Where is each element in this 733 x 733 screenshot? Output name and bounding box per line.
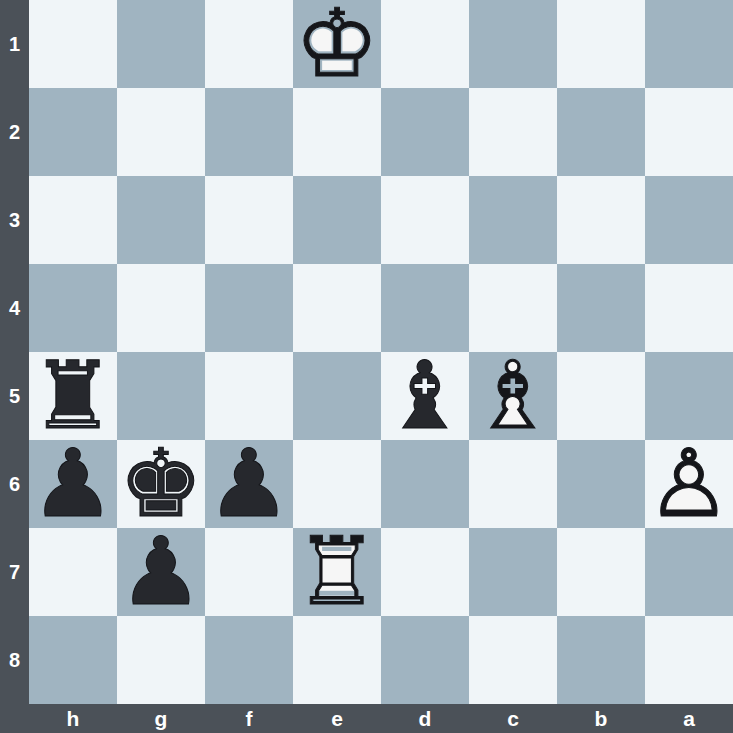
square-c1[interactable] [469, 0, 557, 88]
square-g3[interactable] [117, 176, 205, 264]
square-b3[interactable] [557, 176, 645, 264]
square-b4[interactable] [557, 264, 645, 352]
rank-label-1: 1 [0, 0, 29, 88]
black-pawn[interactable]: ♟ [29, 440, 117, 528]
square-d8[interactable] [381, 616, 469, 704]
square-a2[interactable] [645, 88, 733, 176]
square-e4[interactable] [293, 264, 381, 352]
black-pawn-glyph: ♟ [207, 437, 291, 531]
square-a4[interactable] [645, 264, 733, 352]
square-c2[interactable] [469, 88, 557, 176]
square-a8[interactable] [645, 616, 733, 704]
square-h4[interactable] [29, 264, 117, 352]
square-h1[interactable] [29, 0, 117, 88]
square-d1[interactable] [381, 0, 469, 88]
white-bishop[interactable]: ♝♗ [469, 352, 557, 440]
square-a6[interactable]: ♟♙ [645, 440, 733, 528]
rank-label-7: 7 [0, 528, 29, 616]
square-g6[interactable]: ♚ [117, 440, 205, 528]
square-a7[interactable] [645, 528, 733, 616]
square-b2[interactable] [557, 88, 645, 176]
square-d4[interactable] [381, 264, 469, 352]
rank-label-2: 2 [0, 88, 29, 176]
board-corner [0, 704, 29, 733]
rank-label-3: 3 [0, 176, 29, 264]
square-d7[interactable] [381, 528, 469, 616]
square-a1[interactable] [645, 0, 733, 88]
square-e1[interactable]: ♚♔ [293, 0, 381, 88]
square-e6[interactable] [293, 440, 381, 528]
rank-label-6: 6 [0, 440, 29, 528]
square-c6[interactable] [469, 440, 557, 528]
square-h7[interactable] [29, 528, 117, 616]
chess-board: 1♚♔2345♜♝♝♗6♟♚♟♟♙7♟♜♖8hgfedcba [0, 0, 733, 733]
white-bishop-outline-glyph: ♗ [471, 349, 555, 443]
rank-label-5: 5 [0, 352, 29, 440]
square-b6[interactable] [557, 440, 645, 528]
square-f2[interactable] [205, 88, 293, 176]
black-bishop[interactable]: ♝ [381, 352, 469, 440]
black-pawn[interactable]: ♟ [205, 440, 293, 528]
white-pawn-outline-glyph: ♙ [647, 437, 731, 531]
square-c7[interactable] [469, 528, 557, 616]
black-king[interactable]: ♚ [117, 440, 205, 528]
square-g7[interactable]: ♟ [117, 528, 205, 616]
square-d3[interactable] [381, 176, 469, 264]
rank-label-4: 4 [0, 264, 29, 352]
square-b7[interactable] [557, 528, 645, 616]
square-f6[interactable]: ♟ [205, 440, 293, 528]
square-g8[interactable] [117, 616, 205, 704]
file-label-c: c [469, 704, 557, 733]
file-label-d: d [381, 704, 469, 733]
square-c3[interactable] [469, 176, 557, 264]
square-b5[interactable] [557, 352, 645, 440]
square-g2[interactable] [117, 88, 205, 176]
black-rook[interactable]: ♜ [29, 352, 117, 440]
white-king-outline-glyph: ♔ [295, 0, 379, 91]
square-g4[interactable] [117, 264, 205, 352]
square-h2[interactable] [29, 88, 117, 176]
square-h8[interactable] [29, 616, 117, 704]
file-label-g: g [117, 704, 205, 733]
square-h5[interactable]: ♜ [29, 352, 117, 440]
file-label-b: b [557, 704, 645, 733]
black-pawn-glyph: ♟ [31, 437, 115, 531]
square-c5[interactable]: ♝♗ [469, 352, 557, 440]
square-a5[interactable] [645, 352, 733, 440]
square-f8[interactable] [205, 616, 293, 704]
square-d5[interactable]: ♝ [381, 352, 469, 440]
square-f5[interactable] [205, 352, 293, 440]
black-pawn[interactable]: ♟ [117, 528, 205, 616]
square-h3[interactable] [29, 176, 117, 264]
square-c8[interactable] [469, 616, 557, 704]
white-king[interactable]: ♚♔ [293, 0, 381, 88]
square-c4[interactable] [469, 264, 557, 352]
square-g1[interactable] [117, 0, 205, 88]
square-d2[interactable] [381, 88, 469, 176]
square-f1[interactable] [205, 0, 293, 88]
file-label-e: e [293, 704, 381, 733]
white-rook[interactable]: ♜♖ [293, 528, 381, 616]
square-b8[interactable] [557, 616, 645, 704]
chess-app: 1♚♔2345♜♝♝♗6♟♚♟♟♙7♟♜♖8hgfedcba [0, 0, 733, 733]
square-b1[interactable] [557, 0, 645, 88]
rank-label-8: 8 [0, 616, 29, 704]
black-pawn-glyph: ♟ [119, 525, 203, 619]
square-h6[interactable]: ♟ [29, 440, 117, 528]
file-label-f: f [205, 704, 293, 733]
square-f7[interactable] [205, 528, 293, 616]
white-rook-outline-glyph: ♖ [295, 525, 379, 619]
square-f3[interactable] [205, 176, 293, 264]
square-e8[interactable] [293, 616, 381, 704]
black-bishop-glyph: ♝ [383, 349, 467, 443]
white-pawn[interactable]: ♟♙ [645, 440, 733, 528]
square-f4[interactable] [205, 264, 293, 352]
square-e5[interactable] [293, 352, 381, 440]
square-d6[interactable] [381, 440, 469, 528]
square-g5[interactable] [117, 352, 205, 440]
file-label-h: h [29, 704, 117, 733]
square-a3[interactable] [645, 176, 733, 264]
square-e2[interactable] [293, 88, 381, 176]
square-e7[interactable]: ♜♖ [293, 528, 381, 616]
square-e3[interactable] [293, 176, 381, 264]
file-label-a: a [645, 704, 733, 733]
